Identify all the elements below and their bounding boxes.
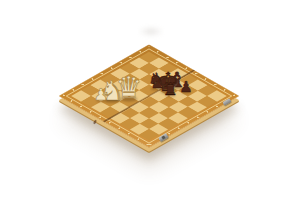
- product-photo-background: ♟♞♛♞♚♝♜♟: [0, 0, 300, 200]
- faint-reflection-smudge: [138, 26, 164, 37]
- chess-board: [58, 45, 239, 148]
- seam-edge-notch: [93, 120, 97, 124]
